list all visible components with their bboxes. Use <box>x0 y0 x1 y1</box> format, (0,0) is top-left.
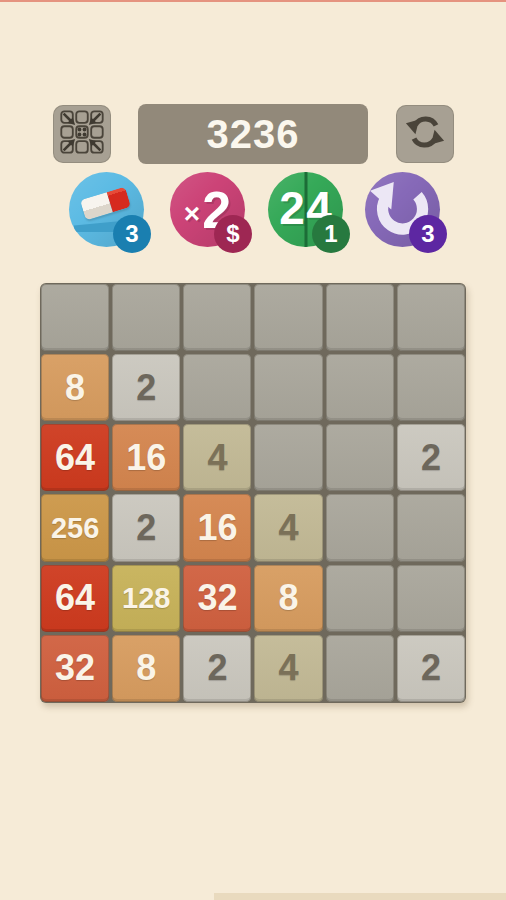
empty-cell <box>397 494 465 561</box>
tile-32: 32 <box>183 565 251 632</box>
empty-cell <box>326 284 394 351</box>
empty-cell <box>183 354 251 421</box>
tile-16: 16 <box>183 494 251 561</box>
multiply-cost-badge: $ <box>214 215 252 253</box>
empty-cell <box>254 284 322 351</box>
tile-8: 8 <box>41 354 109 421</box>
empty-cell <box>397 284 465 351</box>
score-display: 3236 <box>138 104 368 164</box>
gather-tiles-icon <box>59 109 105 159</box>
powerup-split-button[interactable]: 2 4 1 <box>268 172 343 247</box>
tile-16: 16 <box>112 424 180 491</box>
tile-64: 64 <box>41 565 109 632</box>
tile-8: 8 <box>254 565 322 632</box>
powerup-undo-button[interactable]: 3 <box>365 172 440 247</box>
tile-4: 4 <box>254 635 322 702</box>
tile-4: 4 <box>254 494 322 561</box>
tile-2: 2 <box>112 354 180 421</box>
empty-cell <box>397 354 465 421</box>
tile-256: 256 <box>41 494 109 561</box>
empty-cell <box>326 565 394 632</box>
eraser-count-badge: 3 <box>113 215 151 253</box>
powerup-eraser-button[interactable]: 3 <box>69 172 144 247</box>
empty-cell <box>326 494 394 561</box>
undo-count-badge: 3 <box>409 215 447 253</box>
tile-64: 64 <box>41 424 109 491</box>
tile-128: 128 <box>112 565 180 632</box>
empty-cell <box>183 284 251 351</box>
board[interactable]: 82641642256216464128328328242 <box>40 283 466 703</box>
restart-button[interactable] <box>396 105 454 163</box>
empty-cell <box>397 565 465 632</box>
score-value: 3236 <box>207 112 300 157</box>
empty-cell <box>41 284 109 351</box>
empty-cell <box>326 424 394 491</box>
multiply-sign: × <box>184 198 200 230</box>
status-bar-line <box>0 0 506 2</box>
powerup-multiply-button[interactable]: ×2 $ <box>170 172 245 247</box>
tile-4: 4 <box>183 424 251 491</box>
empty-cell <box>112 284 180 351</box>
bottom-edge-strip <box>214 893 506 900</box>
tile-2: 2 <box>397 424 465 491</box>
empty-cell <box>254 424 322 491</box>
empty-cell <box>326 354 394 421</box>
split-left-digit: 2 <box>279 180 305 234</box>
tile-8: 8 <box>112 635 180 702</box>
tile-2: 2 <box>183 635 251 702</box>
empty-cell <box>326 635 394 702</box>
tile-2: 2 <box>112 494 180 561</box>
eraser-body <box>80 187 131 221</box>
shuffle-button[interactable] <box>53 105 111 163</box>
tile-32: 32 <box>41 635 109 702</box>
restart-icon <box>403 110 447 158</box>
empty-cell <box>254 354 322 421</box>
split-count-badge: 1 <box>312 215 350 253</box>
tile-2: 2 <box>397 635 465 702</box>
